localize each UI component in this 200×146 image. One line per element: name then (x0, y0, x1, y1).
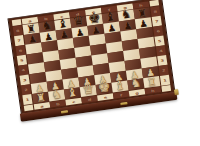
coord-cell-1: 1 (160, 75, 170, 86)
coord-label: f (120, 93, 123, 97)
hinge-icon (61, 110, 68, 113)
board-scene: abcdefgh 87654321 ♜♞♝♛♚♝♞♜♟♟♟♟♟♟♟♟♟♟♟♟♟♟… (15, 0, 169, 144)
coord-label: 1 (25, 97, 29, 101)
coord-label: 6 (19, 48, 23, 52)
coord-label: d (75, 12, 79, 16)
piece-white-rook-h1: ♜ (146, 76, 157, 88)
coord-label: 5 (158, 39, 162, 43)
coord-label: h (151, 88, 155, 92)
hinge-icon (120, 102, 127, 105)
coord-label: 6 (156, 29, 160, 33)
border-corner-bottom-left (24, 104, 34, 111)
coord-label: c (72, 99, 75, 103)
coord-label: a (28, 19, 32, 23)
coord-label: 5 (20, 58, 24, 62)
coord-label: f (108, 8, 111, 12)
coord-label: c (60, 14, 63, 18)
coord-label: a (40, 104, 44, 108)
product-photo-chess-set: abcdefgh 87654321 ♜♞♝♛♚♝♞♜♟♟♟♟♟♟♟♟♟♟♟♟♟♟… (0, 0, 200, 146)
piece-white-knight-g1: ♞ (130, 77, 142, 90)
coord-label: b (56, 102, 60, 106)
coord-label: 4 (159, 49, 163, 53)
coord-label: b (44, 16, 48, 20)
coord-label: 8 (153, 9, 157, 13)
coord-label: 8 (16, 29, 20, 33)
coord-label: 3 (23, 78, 27, 82)
coord-label: 7 (17, 39, 21, 43)
coord-label: h (139, 3, 143, 7)
coord-label: 4 (21, 68, 25, 72)
coord-label: e (103, 95, 107, 99)
folding-chess-board: abcdefgh 87654321 ♜♞♝♛♚♝♞♜♟♟♟♟♟♟♟♟♟♟♟♟♟♟… (9, 0, 176, 121)
border-corner-bottom-right (161, 85, 171, 92)
coord-cell-1: 1 (22, 94, 32, 105)
coord-label: 2 (162, 68, 166, 72)
piece-white-rook-a1: ♜ (35, 92, 46, 104)
latch-icon (174, 89, 179, 95)
coord-label: 7 (155, 19, 159, 23)
coord-label: e (91, 10, 95, 14)
piece-white-knight-b1: ♞ (51, 88, 63, 101)
coord-label: g (123, 5, 127, 9)
coord-label: d (87, 97, 91, 101)
coord-label: 1 (163, 78, 167, 82)
coord-label: 2 (24, 88, 28, 92)
coord-label: g (135, 91, 139, 95)
coord-label: 3 (160, 58, 164, 62)
